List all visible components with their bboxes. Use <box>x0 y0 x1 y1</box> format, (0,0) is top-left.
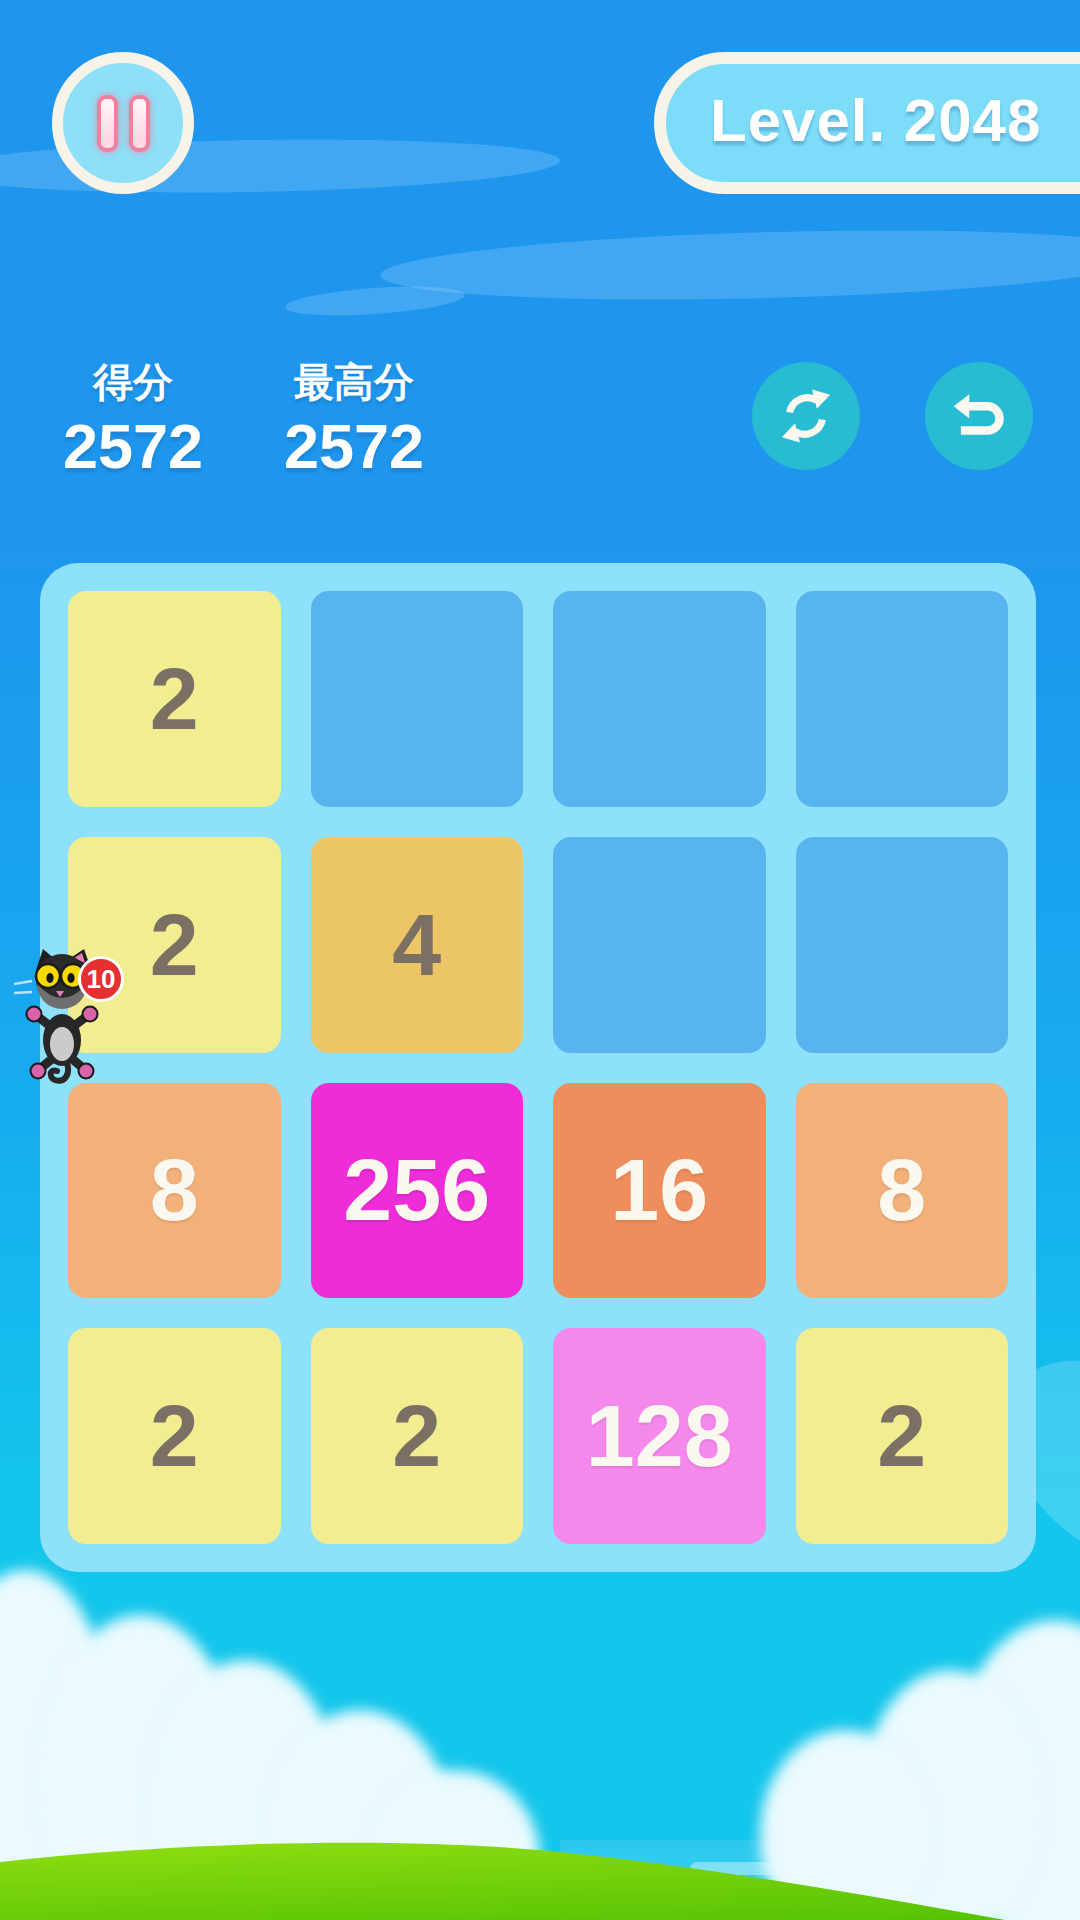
tile-256: 256 <box>311 1083 524 1299</box>
pause-bar <box>97 95 118 152</box>
restart-button[interactable] <box>752 362 860 470</box>
undo-icon <box>950 387 1008 445</box>
tile-2: 2 <box>68 591 281 807</box>
tile-16: 16 <box>553 1083 766 1299</box>
refresh-icon <box>777 387 835 445</box>
pause-button[interactable] <box>52 52 194 194</box>
empty-cell <box>553 837 766 1053</box>
sky-streak <box>284 282 465 320</box>
tile-8: 8 <box>796 1083 1009 1299</box>
undo-button[interactable] <box>925 362 1033 470</box>
bonus-count-badge: 10 <box>78 956 124 1002</box>
level-badge: Level. 2048 <box>654 52 1080 194</box>
best-score-value: 2572 <box>259 413 449 479</box>
pause-icon <box>97 95 150 152</box>
score-label: 得分 <box>38 360 228 404</box>
tile-128: 128 <box>553 1328 766 1544</box>
game-screen: Level. 2048 得分 2572 最高分 2572 22482561682… <box>0 0 1080 1920</box>
board-grid[interactable]: 2248256168221282 <box>40 563 1036 1572</box>
score-block: 得分 2572 <box>38 360 228 479</box>
level-label: Level. 2048 <box>710 86 1041 155</box>
tile-2: 2 <box>68 1328 281 1544</box>
pause-bar <box>129 95 150 152</box>
score-value: 2572 <box>38 413 228 479</box>
tile-2: 2 <box>796 1328 1009 1544</box>
sky-streak <box>379 222 1080 308</box>
tile-8: 8 <box>68 1083 281 1299</box>
tile-2: 2 <box>311 1328 524 1544</box>
best-score-block: 最高分 2572 <box>259 360 449 479</box>
empty-cell <box>311 591 524 807</box>
empty-cell <box>553 591 766 807</box>
empty-cell <box>796 837 1009 1053</box>
empty-cell <box>796 591 1009 807</box>
tile-4: 4 <box>311 837 524 1053</box>
grass-hill <box>0 1830 1080 1920</box>
best-score-label: 最高分 <box>259 360 449 404</box>
